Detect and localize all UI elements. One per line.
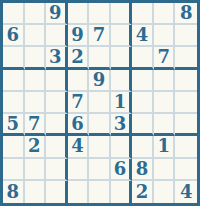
cell-r4c4[interactable] <box>68 70 90 92</box>
cell-r6c4: 6 <box>68 114 90 136</box>
cell-r2c4: 9 <box>68 25 90 47</box>
cell-r4c8[interactable] <box>154 70 176 92</box>
cell-r9c3[interactable] <box>46 181 68 203</box>
cell-r4c7[interactable] <box>132 70 154 92</box>
cell-r7c4: 4 <box>68 136 90 158</box>
cell-r5c3[interactable] <box>46 92 68 114</box>
cell-r5c8[interactable] <box>154 92 176 114</box>
cell-r1c4[interactable] <box>68 3 90 25</box>
cell-r3c5[interactable] <box>89 47 111 69</box>
cell-r7c2: 2 <box>25 136 47 158</box>
cell-r4c1[interactable] <box>3 70 25 92</box>
cell-r2c5: 7 <box>89 25 111 47</box>
cell-r8c9[interactable] <box>175 159 197 181</box>
cell-r8c3[interactable] <box>46 159 68 181</box>
cell-r8c2[interactable] <box>25 159 47 181</box>
cell-r3c2[interactable] <box>25 47 47 69</box>
cell-r9c1: 8 <box>3 181 25 203</box>
cell-r7c7[interactable] <box>132 136 154 158</box>
cell-r1c6[interactable] <box>111 3 133 25</box>
cell-r5c6: 1 <box>111 92 133 114</box>
cell-r9c4[interactable] <box>68 181 90 203</box>
cell-r7c1[interactable] <box>3 136 25 158</box>
cell-r2c7: 4 <box>132 25 154 47</box>
cell-r3c9[interactable] <box>175 47 197 69</box>
cell-r5c2[interactable] <box>25 92 47 114</box>
cell-r3c3: 3 <box>46 47 68 69</box>
cell-r1c9: 8 <box>175 3 197 25</box>
cell-r3c7[interactable] <box>132 47 154 69</box>
cell-r4c2[interactable] <box>25 70 47 92</box>
cell-r9c2[interactable] <box>25 181 47 203</box>
cell-r3c4: 2 <box>68 47 90 69</box>
cell-r4c9[interactable] <box>175 70 197 92</box>
cell-r7c8: 1 <box>154 136 176 158</box>
cell-r2c9[interactable] <box>175 25 197 47</box>
cell-r6c1: 5 <box>3 114 25 136</box>
cell-r6c3[interactable] <box>46 114 68 136</box>
cell-r8c8[interactable] <box>154 159 176 181</box>
cell-r6c7[interactable] <box>132 114 154 136</box>
cell-r2c3[interactable] <box>46 25 68 47</box>
cell-r9c8[interactable] <box>154 181 176 203</box>
cell-r6c6: 3 <box>111 114 133 136</box>
cell-r5c7[interactable] <box>132 92 154 114</box>
cell-r9c5[interactable] <box>89 181 111 203</box>
cell-r3c8: 7 <box>154 47 176 69</box>
cell-r8c7: 8 <box>132 159 154 181</box>
cell-r3c6[interactable] <box>111 47 133 69</box>
cell-r2c1: 6 <box>3 25 25 47</box>
cell-r7c9[interactable] <box>175 136 197 158</box>
cell-r8c6: 6 <box>111 159 133 181</box>
cell-r1c2[interactable] <box>25 3 47 25</box>
cell-r5c9[interactable] <box>175 92 197 114</box>
cell-r5c1[interactable] <box>3 92 25 114</box>
cell-r9c9: 4 <box>175 181 197 203</box>
cell-r1c8[interactable] <box>154 3 176 25</box>
cell-r9c6[interactable] <box>111 181 133 203</box>
cell-r6c8[interactable] <box>154 114 176 136</box>
cell-r1c3: 9 <box>46 3 68 25</box>
cell-r2c6[interactable] <box>111 25 133 47</box>
cell-r8c1[interactable] <box>3 159 25 181</box>
sudoku-board: 986974327971576324168824 <box>0 0 200 206</box>
cell-r2c8[interactable] <box>154 25 176 47</box>
cell-r6c2: 7 <box>25 114 47 136</box>
cell-r1c7[interactable] <box>132 3 154 25</box>
cell-r4c5: 9 <box>89 70 111 92</box>
cell-r4c3[interactable] <box>46 70 68 92</box>
cell-r1c5[interactable] <box>89 3 111 25</box>
cell-r7c5[interactable] <box>89 136 111 158</box>
cell-r6c9[interactable] <box>175 114 197 136</box>
cell-r6c5[interactable] <box>89 114 111 136</box>
cell-r5c5[interactable] <box>89 92 111 114</box>
cell-r7c6[interactable] <box>111 136 133 158</box>
cell-r9c7: 2 <box>132 181 154 203</box>
cell-r4c6[interactable] <box>111 70 133 92</box>
cell-r5c4: 7 <box>68 92 90 114</box>
cell-r7c3[interactable] <box>46 136 68 158</box>
cell-r1c1[interactable] <box>3 3 25 25</box>
cell-r3c1[interactable] <box>3 47 25 69</box>
cell-r8c5[interactable] <box>89 159 111 181</box>
cell-r8c4[interactable] <box>68 159 90 181</box>
cell-r2c2[interactable] <box>25 25 47 47</box>
